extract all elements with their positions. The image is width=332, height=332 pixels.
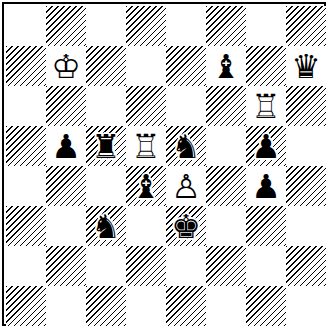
square-b5[interactable]: ♟ xyxy=(46,126,86,166)
square-d1[interactable] xyxy=(126,286,166,326)
square-h2[interactable] xyxy=(286,246,326,286)
square-g7[interactable] xyxy=(246,46,286,86)
black-knight: ♞ xyxy=(91,210,121,243)
black-bishop: ♝ xyxy=(131,170,161,203)
square-a1[interactable] xyxy=(6,286,46,326)
square-g4[interactable]: ♟ xyxy=(246,166,286,206)
square-g5[interactable]: ♟ xyxy=(246,126,286,166)
black-knight: ♞ xyxy=(171,130,201,163)
square-f1[interactable] xyxy=(206,286,246,326)
square-e1[interactable] xyxy=(166,286,206,326)
square-f4[interactable] xyxy=(206,166,246,206)
square-f6[interactable] xyxy=(206,86,246,126)
square-d5[interactable]: ♖ xyxy=(126,126,166,166)
square-e5[interactable]: ♞ xyxy=(166,126,206,166)
square-e2[interactable] xyxy=(166,246,206,286)
square-f8[interactable] xyxy=(206,6,246,46)
black-pawn: ♟ xyxy=(251,130,281,163)
square-g1[interactable] xyxy=(246,286,286,326)
white-rook: ♖ xyxy=(251,90,281,123)
square-a4[interactable] xyxy=(6,166,46,206)
white-king: ♔ xyxy=(51,50,81,83)
square-b1[interactable] xyxy=(46,286,86,326)
square-g2[interactable] xyxy=(246,246,286,286)
white-pawn: ♙ xyxy=(171,170,201,203)
square-h4[interactable] xyxy=(286,166,326,206)
square-f3[interactable] xyxy=(206,206,246,246)
square-g3[interactable] xyxy=(246,206,286,246)
square-e8[interactable] xyxy=(166,6,206,46)
black-pawn: ♟ xyxy=(51,130,81,163)
square-b7[interactable]: ♔ xyxy=(46,46,86,86)
square-d3[interactable] xyxy=(126,206,166,246)
square-a2[interactable] xyxy=(6,246,46,286)
black-queen: ♛ xyxy=(291,50,321,83)
square-a7[interactable] xyxy=(6,46,46,86)
square-g6[interactable]: ♖ xyxy=(246,86,286,126)
square-d4[interactable]: ♝ xyxy=(126,166,166,206)
square-h3[interactable] xyxy=(286,206,326,246)
square-h1[interactable] xyxy=(286,286,326,326)
chess-diagram: ♔♝♛♖♟♜♖♞♟♝♙♟♞♚ xyxy=(0,0,332,332)
square-d2[interactable] xyxy=(126,246,166,286)
square-a5[interactable] xyxy=(6,126,46,166)
square-e6[interactable] xyxy=(166,86,206,126)
board-frame: ♔♝♛♖♟♜♖♞♟♝♙♟♞♚ xyxy=(2,2,326,326)
square-c2[interactable] xyxy=(86,246,126,286)
square-b2[interactable] xyxy=(46,246,86,286)
square-c5[interactable]: ♜ xyxy=(86,126,126,166)
square-c1[interactable] xyxy=(86,286,126,326)
square-h6[interactable] xyxy=(286,86,326,126)
black-king: ♚ xyxy=(171,210,201,243)
square-b4[interactable] xyxy=(46,166,86,206)
square-b3[interactable] xyxy=(46,206,86,246)
square-c8[interactable] xyxy=(86,6,126,46)
square-f7[interactable]: ♝ xyxy=(206,46,246,86)
square-d7[interactable] xyxy=(126,46,166,86)
square-a3[interactable] xyxy=(6,206,46,246)
square-c7[interactable] xyxy=(86,46,126,86)
square-a6[interactable] xyxy=(6,86,46,126)
square-e7[interactable] xyxy=(166,46,206,86)
square-a8[interactable] xyxy=(6,6,46,46)
square-c6[interactable] xyxy=(86,86,126,126)
square-d6[interactable] xyxy=(126,86,166,126)
square-g8[interactable] xyxy=(246,6,286,46)
black-pawn: ♟ xyxy=(251,170,281,203)
square-d8[interactable] xyxy=(126,6,166,46)
square-f5[interactable] xyxy=(206,126,246,166)
chess-board: ♔♝♛♖♟♜♖♞♟♝♙♟♞♚ xyxy=(6,6,326,326)
square-c3[interactable]: ♞ xyxy=(86,206,126,246)
square-e3[interactable]: ♚ xyxy=(166,206,206,246)
square-b8[interactable] xyxy=(46,6,86,46)
square-f2[interactable] xyxy=(206,246,246,286)
white-rook: ♖ xyxy=(131,130,161,163)
square-h7[interactable]: ♛ xyxy=(286,46,326,86)
square-b6[interactable] xyxy=(46,86,86,126)
square-h5[interactable] xyxy=(286,126,326,166)
square-e4[interactable]: ♙ xyxy=(166,166,206,206)
square-h8[interactable] xyxy=(286,6,326,46)
black-rook: ♜ xyxy=(91,130,121,163)
square-c4[interactable] xyxy=(86,166,126,206)
black-bishop: ♝ xyxy=(211,50,241,83)
